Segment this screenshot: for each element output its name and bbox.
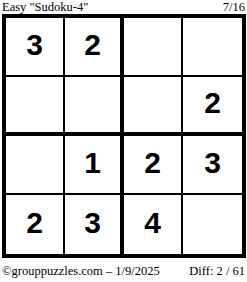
cell-r3c4[interactable]: 3 bbox=[183, 136, 242, 195]
cell-r3c2[interactable]: 1 bbox=[65, 136, 124, 195]
cell-r4c1[interactable]: 2 bbox=[6, 195, 65, 254]
cell-r1c1[interactable]: 3 bbox=[6, 18, 65, 77]
cell-r3c1[interactable] bbox=[6, 136, 65, 195]
cell-r4c3[interactable]: 4 bbox=[124, 195, 183, 254]
cell-r3c3[interactable]: 2 bbox=[124, 136, 183, 195]
cell-r2c2[interactable] bbox=[65, 77, 124, 136]
cell-r2c1[interactable] bbox=[6, 77, 65, 136]
copyright-text: ©grouppuzzles.com – 1/9/2025 bbox=[2, 264, 160, 279]
cell-r2c3[interactable] bbox=[124, 77, 183, 136]
cell-r1c3[interactable] bbox=[124, 18, 183, 77]
puzzle-title: Easy "Sudoku-4" bbox=[2, 0, 88, 14]
sudoku-board: 3 2 2 1 2 3 2 3 4 bbox=[2, 14, 246, 258]
difficulty-text: Diff: 2 / 61 bbox=[189, 264, 245, 279]
cell-r2c4[interactable]: 2 bbox=[183, 77, 242, 136]
clue-counter: 7/16 bbox=[223, 0, 245, 14]
cell-r1c4[interactable] bbox=[183, 18, 242, 77]
cell-r4c2[interactable]: 3 bbox=[65, 195, 124, 254]
cell-r4c4[interactable] bbox=[183, 195, 242, 254]
cell-r1c2[interactable]: 2 bbox=[65, 18, 124, 77]
